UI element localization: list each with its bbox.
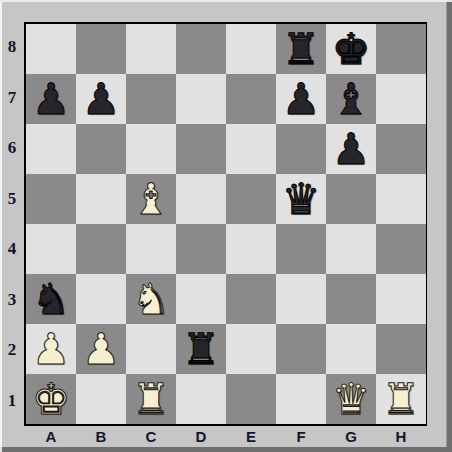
square-c5[interactable]: ♝ (126, 174, 176, 224)
square-d2[interactable]: ♜ (176, 324, 226, 374)
square-h3[interactable] (376, 274, 426, 324)
square-c3[interactable]: ♞ (126, 274, 176, 324)
file-label-c: C (126, 426, 176, 447)
file-label-d: D (176, 426, 226, 447)
file-label-b: B (76, 426, 126, 447)
square-b1[interactable] (76, 374, 126, 424)
square-c2[interactable] (126, 324, 176, 374)
square-a1[interactable]: ♚ (26, 374, 76, 424)
square-d5[interactable] (176, 174, 226, 224)
black-pawn-piece[interactable]: ♟ (282, 74, 321, 124)
square-h6[interactable] (376, 124, 426, 174)
square-a5[interactable] (26, 174, 76, 224)
square-b3[interactable] (76, 274, 126, 324)
square-b8[interactable] (76, 24, 126, 74)
square-g2[interactable] (326, 324, 376, 374)
black-queen-piece[interactable]: ♛ (282, 174, 321, 224)
square-g3[interactable] (326, 274, 376, 324)
white-rook-piece[interactable]: ♜ (132, 374, 171, 424)
rank-labels: 87654321 (0, 22, 24, 426)
square-f3[interactable] (276, 274, 326, 324)
square-a8[interactable] (26, 24, 76, 74)
chess-board: ♜♚♟♟♟♝♟♝♛♞♞♟♟♜♚♜♛♜ (24, 22, 427, 426)
square-f4[interactable] (276, 224, 326, 274)
file-labels: ABCDEFGH (26, 426, 426, 447)
square-a2[interactable]: ♟ (26, 324, 76, 374)
chessboard-window: 87654321 ♜♚♟♟♟♝♟♝♛♞♞♟♟♜♚♜♛♜ ABCDEFGH (0, 0, 452, 452)
square-d3[interactable] (176, 274, 226, 324)
black-bishop-piece[interactable]: ♝ (332, 74, 371, 124)
white-king-piece[interactable]: ♚ (32, 374, 71, 424)
black-rook-piece[interactable]: ♜ (282, 24, 321, 74)
square-a7[interactable]: ♟ (26, 74, 76, 124)
square-f7[interactable]: ♟ (276, 74, 326, 124)
file-label-g: G (326, 426, 376, 447)
square-b7[interactable]: ♟ (76, 74, 126, 124)
square-d8[interactable] (176, 24, 226, 74)
black-pawn-piece[interactable]: ♟ (32, 74, 71, 124)
square-f2[interactable] (276, 324, 326, 374)
square-g4[interactable] (326, 224, 376, 274)
white-rook-piece[interactable]: ♜ (382, 374, 421, 424)
rank-label-3: 3 (0, 275, 24, 326)
square-d7[interactable] (176, 74, 226, 124)
square-e3[interactable] (226, 274, 276, 324)
square-c6[interactable] (126, 124, 176, 174)
square-a3[interactable]: ♞ (26, 274, 76, 324)
square-c8[interactable] (126, 24, 176, 74)
square-d4[interactable] (176, 224, 226, 274)
square-h4[interactable] (376, 224, 426, 274)
square-a4[interactable] (26, 224, 76, 274)
square-b4[interactable] (76, 224, 126, 274)
square-b6[interactable] (76, 124, 126, 174)
square-f8[interactable]: ♜ (276, 24, 326, 74)
white-pawn-piece[interactable]: ♟ (82, 324, 121, 374)
square-h7[interactable] (376, 74, 426, 124)
square-b2[interactable]: ♟ (76, 324, 126, 374)
square-h5[interactable] (376, 174, 426, 224)
square-c1[interactable]: ♜ (126, 374, 176, 424)
rank-label-7: 7 (0, 73, 24, 124)
square-f1[interactable] (276, 374, 326, 424)
white-queen-piece[interactable]: ♛ (332, 374, 371, 424)
rank-label-1: 1 (0, 376, 24, 427)
rank-label-5: 5 (0, 174, 24, 225)
square-c4[interactable] (126, 224, 176, 274)
black-knight-piece[interactable]: ♞ (32, 274, 71, 324)
square-g1[interactable]: ♛ (326, 374, 376, 424)
square-g5[interactable] (326, 174, 376, 224)
rank-label-4: 4 (0, 224, 24, 275)
rank-label-6: 6 (0, 123, 24, 174)
square-e8[interactable] (226, 24, 276, 74)
square-e7[interactable] (226, 74, 276, 124)
square-e2[interactable] (226, 324, 276, 374)
file-label-h: H (376, 426, 426, 447)
rank-label-8: 8 (0, 22, 24, 73)
square-e1[interactable] (226, 374, 276, 424)
square-g7[interactable]: ♝ (326, 74, 376, 124)
white-bishop-piece[interactable]: ♝ (132, 174, 171, 224)
file-label-e: E (226, 426, 276, 447)
square-f6[interactable] (276, 124, 326, 174)
square-g8[interactable]: ♚ (326, 24, 376, 74)
square-a6[interactable] (26, 124, 76, 174)
square-c7[interactable] (126, 74, 176, 124)
square-e4[interactable] (226, 224, 276, 274)
rank-label-2: 2 (0, 325, 24, 376)
white-pawn-piece[interactable]: ♟ (32, 324, 71, 374)
square-h8[interactable] (376, 24, 426, 74)
square-d1[interactable] (176, 374, 226, 424)
square-h1[interactable]: ♜ (376, 374, 426, 424)
file-label-f: F (276, 426, 326, 447)
black-king-piece[interactable]: ♚ (332, 24, 371, 74)
square-h2[interactable] (376, 324, 426, 374)
square-f5[interactable]: ♛ (276, 174, 326, 224)
square-g6[interactable]: ♟ (326, 124, 376, 174)
black-pawn-piece[interactable]: ♟ (82, 74, 121, 124)
square-b5[interactable] (76, 174, 126, 224)
black-pawn-piece[interactable]: ♟ (332, 124, 371, 174)
white-knight-piece[interactable]: ♞ (132, 274, 171, 324)
file-label-a: A (26, 426, 76, 447)
square-e5[interactable] (226, 174, 276, 224)
square-d6[interactable] (176, 124, 226, 174)
black-rook-piece[interactable]: ♜ (182, 324, 221, 374)
square-e6[interactable] (226, 124, 276, 174)
